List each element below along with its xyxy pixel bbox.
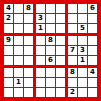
cell-r7c1[interactable]	[4, 68, 13, 77]
sudoku-board: 48231659867311842	[0, 0, 101, 101]
cell-r3c5[interactable]	[46, 24, 55, 33]
cell-r2c5[interactable]	[46, 14, 55, 23]
cell-r8c7[interactable]	[68, 78, 77, 87]
sudoku-box-8	[36, 68, 65, 97]
cell-r4c3[interactable]	[24, 36, 33, 45]
cell-r6c1[interactable]	[4, 56, 13, 65]
cell-r4c9[interactable]	[88, 36, 97, 45]
cell-r8c5[interactable]	[46, 78, 55, 87]
cell-r8c6[interactable]	[56, 78, 65, 87]
cell-r1c7[interactable]	[68, 4, 77, 13]
cell-r5c3[interactable]	[24, 46, 33, 55]
cell-r7c2[interactable]	[14, 68, 23, 77]
cell-r9c7[interactable]: 2	[68, 88, 77, 97]
cell-r1c4[interactable]	[36, 4, 45, 13]
cell-r4c1[interactable]: 9	[4, 36, 13, 45]
cell-r5c4[interactable]	[36, 46, 45, 55]
cell-r2c2[interactable]	[14, 14, 23, 23]
sudoku-box-9: 842	[68, 68, 97, 97]
cell-r7c6[interactable]	[56, 68, 65, 77]
cell-r3c7[interactable]	[68, 24, 77, 33]
cell-r1c1[interactable]: 4	[4, 4, 13, 13]
cell-r6c2[interactable]	[14, 56, 23, 65]
cell-r8c8[interactable]	[78, 78, 87, 87]
cell-r6c8[interactable]: 1	[78, 56, 87, 65]
cell-r6c9[interactable]	[88, 56, 97, 65]
cell-r9c1[interactable]	[4, 88, 13, 97]
cell-r6c5[interactable]: 6	[46, 56, 55, 65]
cell-r8c2[interactable]: 1	[14, 78, 23, 87]
cell-r3c1[interactable]	[4, 24, 13, 33]
cell-r6c4[interactable]	[36, 56, 45, 65]
cell-r6c7[interactable]	[68, 56, 77, 65]
cell-r9c3[interactable]	[24, 88, 33, 97]
cell-r8c1[interactable]	[4, 78, 13, 87]
cell-r5c1[interactable]	[4, 46, 13, 55]
sudoku-box-2: 31	[36, 4, 65, 33]
cell-r3c6[interactable]	[56, 24, 65, 33]
cell-r5c7[interactable]: 7	[68, 46, 77, 55]
cell-r3c2[interactable]	[14, 24, 23, 33]
cell-r9c9[interactable]	[88, 88, 97, 97]
cell-r7c8[interactable]	[78, 68, 87, 77]
cell-r8c4[interactable]	[36, 78, 45, 87]
cell-r1c6[interactable]	[56, 4, 65, 13]
cell-r7c3[interactable]	[24, 68, 33, 77]
sudoku-box-7: 1	[4, 68, 33, 97]
cell-r2c1[interactable]: 2	[4, 14, 13, 23]
cell-r3c9[interactable]	[88, 24, 97, 33]
cell-r3c3[interactable]	[24, 24, 33, 33]
cell-r9c5[interactable]	[46, 88, 55, 97]
cell-r5c5[interactable]	[46, 46, 55, 55]
cell-r1c3[interactable]: 8	[24, 4, 33, 13]
cell-r4c7[interactable]	[68, 36, 77, 45]
cell-r1c8[interactable]	[78, 4, 87, 13]
sudoku-box-5: 86	[36, 36, 65, 65]
cell-r5c2[interactable]	[14, 46, 23, 55]
sudoku-box-4: 9	[4, 36, 33, 65]
cell-r6c6[interactable]	[56, 56, 65, 65]
sudoku-box-3: 65	[68, 4, 97, 33]
cell-r4c4[interactable]	[36, 36, 45, 45]
cell-r1c5[interactable]	[46, 4, 55, 13]
cell-r9c2[interactable]	[14, 88, 23, 97]
cell-r2c6[interactable]	[56, 14, 65, 23]
cell-r1c2[interactable]	[14, 4, 23, 13]
cell-r3c4[interactable]: 1	[36, 24, 45, 33]
sudoku-box-1: 482	[4, 4, 33, 33]
cell-r5c8[interactable]: 3	[78, 46, 87, 55]
cell-r2c4[interactable]: 3	[36, 14, 45, 23]
cell-r2c3[interactable]	[24, 14, 33, 23]
cell-r2c7[interactable]	[68, 14, 77, 23]
cell-r4c5[interactable]: 8	[46, 36, 55, 45]
cell-r2c9[interactable]	[88, 14, 97, 23]
cell-r7c4[interactable]	[36, 68, 45, 77]
cell-r7c5[interactable]	[46, 68, 55, 77]
cell-r6c3[interactable]	[24, 56, 33, 65]
cell-r4c6[interactable]	[56, 36, 65, 45]
sudoku-box-6: 731	[68, 36, 97, 65]
cell-r3c8[interactable]: 5	[78, 24, 87, 33]
cell-r8c3[interactable]	[24, 78, 33, 87]
cell-r2c8[interactable]	[78, 14, 87, 23]
cell-r5c6[interactable]	[56, 46, 65, 55]
cell-r1c9[interactable]: 6	[88, 4, 97, 13]
cell-r4c8[interactable]	[78, 36, 87, 45]
cell-r7c9[interactable]: 4	[88, 68, 97, 77]
cell-r9c4[interactable]	[36, 88, 45, 97]
cell-r9c8[interactable]	[78, 88, 87, 97]
cell-r8c9[interactable]	[88, 78, 97, 87]
cell-r7c7[interactable]: 8	[68, 68, 77, 77]
cell-r9c6[interactable]	[56, 88, 65, 97]
cell-r4c2[interactable]	[14, 36, 23, 45]
cell-r5c9[interactable]	[88, 46, 97, 55]
